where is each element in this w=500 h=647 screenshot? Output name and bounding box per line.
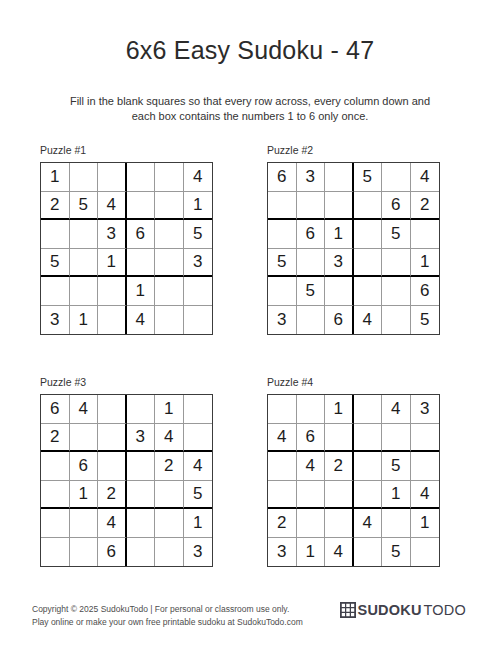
empty-cell-r4c5 bbox=[382, 249, 411, 278]
empty-cell-r5c2 bbox=[297, 509, 326, 538]
empty-cell-r4c1 bbox=[268, 481, 297, 510]
given-digit-r4c3: 1 bbox=[98, 249, 127, 278]
empty-cell-r1c4 bbox=[354, 395, 383, 424]
given-digit-r2c3: 4 bbox=[98, 192, 127, 221]
empty-cell-r2c3 bbox=[98, 424, 127, 453]
empty-cell-r5c5 bbox=[382, 509, 411, 538]
empty-cell-r5c3 bbox=[325, 277, 354, 306]
sudoku-sheet: 6x6 Easy Sudoku - 47 Fill in the blank s… bbox=[0, 0, 500, 647]
grid-icon bbox=[340, 602, 356, 618]
given-digit-r3c6: 4 bbox=[184, 452, 213, 481]
given-digit-r3c6: 5 bbox=[184, 220, 213, 249]
given-digit-r3c2: 4 bbox=[297, 452, 326, 481]
empty-cell-r3c6 bbox=[411, 452, 440, 481]
empty-cell-r1c2 bbox=[70, 163, 99, 192]
given-digit-r5c4: 1 bbox=[127, 277, 156, 306]
empty-cell-r5c5 bbox=[382, 277, 411, 306]
empty-cell-r3c1 bbox=[268, 220, 297, 249]
given-digit-r5c6: 6 bbox=[411, 277, 440, 306]
given-digit-r2c2: 6 bbox=[297, 424, 326, 453]
empty-cell-r3c2 bbox=[70, 220, 99, 249]
given-digit-r6c2: 1 bbox=[70, 306, 99, 335]
given-digit-r5c4: 4 bbox=[354, 509, 383, 538]
given-digit-r2c5: 4 bbox=[155, 424, 184, 453]
given-digit-r6c4: 4 bbox=[127, 306, 156, 335]
empty-cell-r1c1 bbox=[268, 395, 297, 424]
empty-cell-r4c4 bbox=[354, 481, 383, 510]
given-digit-r2c2: 5 bbox=[70, 192, 99, 221]
given-digit-r6c5: 5 bbox=[382, 538, 411, 567]
given-digit-r6c1: 3 bbox=[268, 306, 297, 335]
empty-cell-r4c2 bbox=[70, 249, 99, 278]
empty-cell-r1c5 bbox=[155, 163, 184, 192]
empty-cell-r4c4 bbox=[354, 249, 383, 278]
copyright-line-2: Play online or make your own free printa… bbox=[32, 616, 303, 629]
logo-text-sudoku: SUDOKU bbox=[358, 602, 422, 618]
empty-cell-r2c5 bbox=[155, 192, 184, 221]
empty-cell-r4c1 bbox=[41, 481, 70, 510]
empty-cell-r2c4 bbox=[354, 192, 383, 221]
copyright-line-1: Copyright © 2025 SudokuTodo | For person… bbox=[32, 603, 303, 616]
empty-cell-r4c5 bbox=[155, 249, 184, 278]
given-digit-r1c5: 4 bbox=[382, 395, 411, 424]
empty-cell-r6c2 bbox=[70, 538, 99, 567]
empty-cell-r3c4 bbox=[354, 452, 383, 481]
given-digit-r6c1: 3 bbox=[41, 306, 70, 335]
empty-cell-r2c3 bbox=[325, 424, 354, 453]
copyright: Copyright © 2025 SudokuTodo | For person… bbox=[32, 603, 303, 629]
given-digit-r3c3: 1 bbox=[325, 220, 354, 249]
given-digit-r1c6: 3 bbox=[411, 395, 440, 424]
empty-cell-r1c4 bbox=[127, 163, 156, 192]
empty-cell-r2c2 bbox=[297, 192, 326, 221]
sudokutodo-logo: SUDOKU TODO bbox=[340, 602, 466, 618]
given-digit-r5c2: 5 bbox=[297, 277, 326, 306]
empty-cell-r6c2 bbox=[297, 306, 326, 335]
empty-cell-r4c2 bbox=[297, 249, 326, 278]
given-digit-r1c1: 6 bbox=[41, 395, 70, 424]
puzzle-1-label: Puzzle #1 bbox=[40, 144, 220, 156]
given-digit-r5c6: 1 bbox=[411, 509, 440, 538]
empty-cell-r6c3 bbox=[98, 306, 127, 335]
given-digit-r5c3: 4 bbox=[98, 509, 127, 538]
empty-cell-r4c3 bbox=[325, 481, 354, 510]
given-digit-r6c3: 6 bbox=[98, 538, 127, 567]
puzzle-2: Puzzle #2 635462615531563645 bbox=[267, 144, 447, 335]
empty-cell-r1c2 bbox=[297, 395, 326, 424]
empty-cell-r2c6 bbox=[184, 424, 213, 453]
given-digit-r6c3: 4 bbox=[325, 538, 354, 567]
given-digit-r3c5: 5 bbox=[382, 452, 411, 481]
puzzle-3-label: Puzzle #3 bbox=[40, 376, 220, 388]
empty-cell-r6c6 bbox=[411, 538, 440, 567]
empty-cell-r1c6 bbox=[184, 395, 213, 424]
empty-cell-r6c5 bbox=[382, 306, 411, 335]
empty-cell-r2c4 bbox=[127, 192, 156, 221]
instructions: Fill in the blank squares so that every … bbox=[0, 94, 500, 125]
given-digit-r3c5: 2 bbox=[155, 452, 184, 481]
puzzle-3-board: 6412346241254163 bbox=[40, 394, 213, 567]
given-digit-r6c4: 4 bbox=[354, 306, 383, 335]
empty-cell-r5c1 bbox=[268, 277, 297, 306]
puzzle-4: Puzzle #4 14346425142413145 bbox=[267, 376, 447, 567]
given-digit-r2c6: 1 bbox=[184, 192, 213, 221]
empty-cell-r6c4 bbox=[354, 538, 383, 567]
given-digit-r4c6: 5 bbox=[184, 481, 213, 510]
puzzle-4-board: 14346425142413145 bbox=[267, 394, 440, 567]
given-digit-r3c2: 6 bbox=[70, 452, 99, 481]
given-digit-r6c6: 5 bbox=[411, 306, 440, 335]
empty-cell-r3c4 bbox=[354, 220, 383, 249]
given-digit-r3c3: 2 bbox=[325, 452, 354, 481]
empty-cell-r3c5 bbox=[155, 220, 184, 249]
page-title: 6x6 Easy Sudoku - 47 bbox=[0, 36, 500, 65]
given-digit-r6c2: 1 bbox=[297, 538, 326, 567]
empty-cell-r3c6 bbox=[411, 220, 440, 249]
puzzle-3: Puzzle #3 6412346241254163 bbox=[40, 376, 220, 567]
given-digit-r1c1: 1 bbox=[41, 163, 70, 192]
given-digit-r4c3: 3 bbox=[325, 249, 354, 278]
empty-cell-r2c3 bbox=[325, 192, 354, 221]
empty-cell-r1c3 bbox=[325, 163, 354, 192]
empty-cell-r1c3 bbox=[98, 395, 127, 424]
given-digit-r1c3: 1 bbox=[325, 395, 354, 424]
given-digit-r1c6: 4 bbox=[411, 163, 440, 192]
given-digit-r4c6: 3 bbox=[184, 249, 213, 278]
given-digit-r3c5: 5 bbox=[382, 220, 411, 249]
empty-cell-r6c5 bbox=[155, 538, 184, 567]
empty-cell-r1c3 bbox=[98, 163, 127, 192]
puzzle-4-label: Puzzle #4 bbox=[267, 376, 447, 388]
given-digit-r2c1: 2 bbox=[41, 424, 70, 453]
given-digit-r5c1: 2 bbox=[268, 509, 297, 538]
given-digit-r1c1: 6 bbox=[268, 163, 297, 192]
empty-cell-r2c6 bbox=[411, 424, 440, 453]
empty-cell-r5c4 bbox=[127, 509, 156, 538]
empty-cell-r4c2 bbox=[297, 481, 326, 510]
empty-cell-r5c2 bbox=[70, 277, 99, 306]
given-digit-r4c5: 1 bbox=[382, 481, 411, 510]
empty-cell-r3c1 bbox=[268, 452, 297, 481]
given-digit-r3c3: 3 bbox=[98, 220, 127, 249]
given-digit-r6c6: 3 bbox=[184, 538, 213, 567]
empty-cell-r2c1 bbox=[268, 192, 297, 221]
empty-cell-r4c5 bbox=[155, 481, 184, 510]
logo-text-todo: TODO bbox=[424, 602, 466, 618]
given-digit-r6c3: 6 bbox=[325, 306, 354, 335]
given-digit-r4c6: 4 bbox=[411, 481, 440, 510]
given-digit-r3c4: 6 bbox=[127, 220, 156, 249]
empty-cell-r6c4 bbox=[127, 538, 156, 567]
empty-cell-r6c6 bbox=[184, 306, 213, 335]
puzzle-2-board: 635462615531563645 bbox=[267, 162, 440, 335]
given-digit-r4c6: 1 bbox=[411, 249, 440, 278]
empty-cell-r4c4 bbox=[127, 249, 156, 278]
given-digit-r4c3: 2 bbox=[98, 481, 127, 510]
given-digit-r2c1: 4 bbox=[268, 424, 297, 453]
empty-cell-r5c2 bbox=[70, 509, 99, 538]
empty-cell-r5c1 bbox=[41, 509, 70, 538]
empty-cell-r5c3 bbox=[98, 277, 127, 306]
given-digit-r5c6: 1 bbox=[184, 509, 213, 538]
given-digit-r1c4: 5 bbox=[354, 163, 383, 192]
given-digit-r4c1: 5 bbox=[268, 249, 297, 278]
empty-cell-r3c1 bbox=[41, 220, 70, 249]
given-digit-r1c6: 4 bbox=[184, 163, 213, 192]
empty-cell-r3c3 bbox=[98, 452, 127, 481]
given-digit-r3c2: 6 bbox=[297, 220, 326, 249]
empty-cell-r3c4 bbox=[127, 452, 156, 481]
empty-cell-r5c6 bbox=[184, 277, 213, 306]
empty-cell-r1c5 bbox=[382, 163, 411, 192]
given-digit-r2c6: 2 bbox=[411, 192, 440, 221]
empty-cell-r6c5 bbox=[155, 306, 184, 335]
given-digit-r2c4: 3 bbox=[127, 424, 156, 453]
empty-cell-r1c4 bbox=[127, 395, 156, 424]
empty-cell-r6c1 bbox=[41, 538, 70, 567]
empty-cell-r5c3 bbox=[325, 509, 354, 538]
given-digit-r1c5: 1 bbox=[155, 395, 184, 424]
given-digit-r6c1: 3 bbox=[268, 538, 297, 567]
empty-cell-r5c4 bbox=[354, 277, 383, 306]
instructions-line-2: each box contains the numbers 1 to 6 onl… bbox=[0, 109, 500, 124]
puzzle-1: Puzzle #1 1425413655131314 bbox=[40, 144, 220, 335]
empty-cell-r5c5 bbox=[155, 277, 184, 306]
given-digit-r1c2: 4 bbox=[70, 395, 99, 424]
empty-cell-r2c5 bbox=[382, 424, 411, 453]
empty-cell-r3c1 bbox=[41, 452, 70, 481]
empty-cell-r5c5 bbox=[155, 509, 184, 538]
given-digit-r4c2: 1 bbox=[70, 481, 99, 510]
empty-cell-r4c4 bbox=[127, 481, 156, 510]
given-digit-r4c1: 5 bbox=[41, 249, 70, 278]
instructions-line-1: Fill in the blank squares so that every … bbox=[0, 94, 500, 109]
puzzle-2-label: Puzzle #2 bbox=[267, 144, 447, 156]
empty-cell-r5c1 bbox=[41, 277, 70, 306]
given-digit-r1c2: 3 bbox=[297, 163, 326, 192]
empty-cell-r2c2 bbox=[70, 424, 99, 453]
given-digit-r2c1: 2 bbox=[41, 192, 70, 221]
empty-cell-r2c4 bbox=[354, 424, 383, 453]
puzzle-1-board: 1425413655131314 bbox=[40, 162, 213, 335]
given-digit-r2c5: 6 bbox=[382, 192, 411, 221]
